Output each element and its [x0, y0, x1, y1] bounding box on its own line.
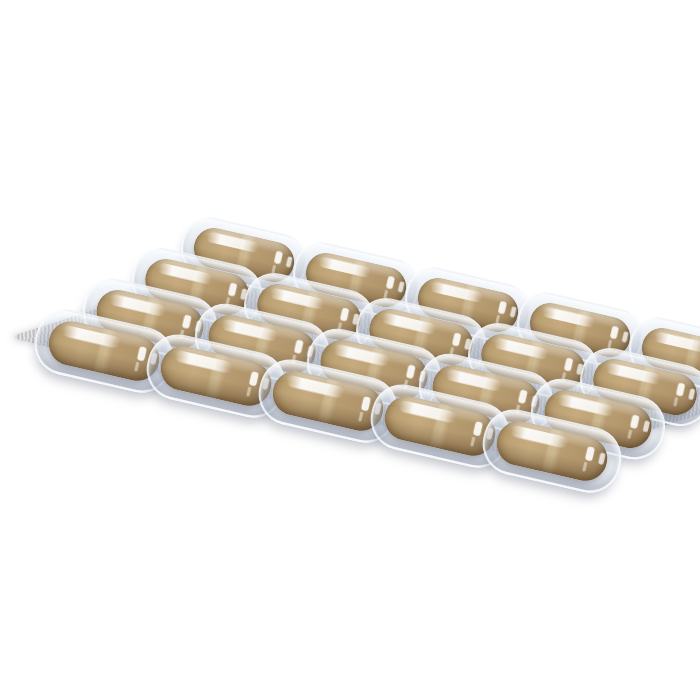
- capsule-highlight: [333, 344, 391, 368]
- capsule-highlight: [205, 231, 259, 253]
- capsule-highlight: [61, 324, 120, 348]
- capsule-highlight: [285, 375, 344, 399]
- capsule-highlight: [157, 262, 213, 285]
- capsule-highlight: [541, 306, 595, 328]
- capsule: [156, 342, 275, 411]
- plastic-glint: [406, 365, 416, 380]
- capsule-highlight: [429, 281, 483, 303]
- capsule-highlight: [221, 318, 279, 342]
- plastic-glint: [452, 333, 462, 347]
- photo-scene: [0, 0, 700, 700]
- plastic-glint: [228, 282, 238, 296]
- plastic-glint: [498, 301, 507, 315]
- plastic-glint: [249, 371, 259, 386]
- plastic-glint: [610, 326, 619, 340]
- plastic-glint: [564, 358, 574, 372]
- plastic-glint: [361, 397, 371, 412]
- capsule-highlight: [173, 350, 232, 374]
- plastic-glint: [676, 383, 686, 397]
- capsule-highlight: [509, 425, 568, 449]
- capsule-highlight: [557, 394, 615, 418]
- plastic-glint: [294, 339, 304, 354]
- capsule: [492, 417, 611, 486]
- plastic-glint: [340, 308, 350, 322]
- capsule-highlight: [269, 287, 325, 310]
- capsule: [44, 316, 163, 385]
- capsule-highlight: [493, 338, 549, 361]
- capsule-highlight: [109, 293, 167, 317]
- plastic-glint: [182, 314, 192, 329]
- capsule-highlight: [317, 256, 371, 278]
- plastic-glint: [518, 390, 528, 405]
- plastic-glint: [137, 346, 147, 361]
- capsule-highlight: [381, 312, 437, 335]
- capsule: [380, 392, 499, 461]
- plastic-glint: [585, 447, 595, 462]
- capsule-highlight: [397, 400, 456, 424]
- capsule-highlight: [445, 369, 503, 393]
- plastic-glint: [630, 415, 640, 430]
- plastic-glint: [386, 276, 395, 290]
- plastic-glint: [473, 422, 483, 437]
- plastic-glint: [274, 251, 283, 265]
- capsule-highlight: [653, 332, 700, 354]
- capsule-highlight: [605, 363, 661, 386]
- capsule: [268, 367, 387, 436]
